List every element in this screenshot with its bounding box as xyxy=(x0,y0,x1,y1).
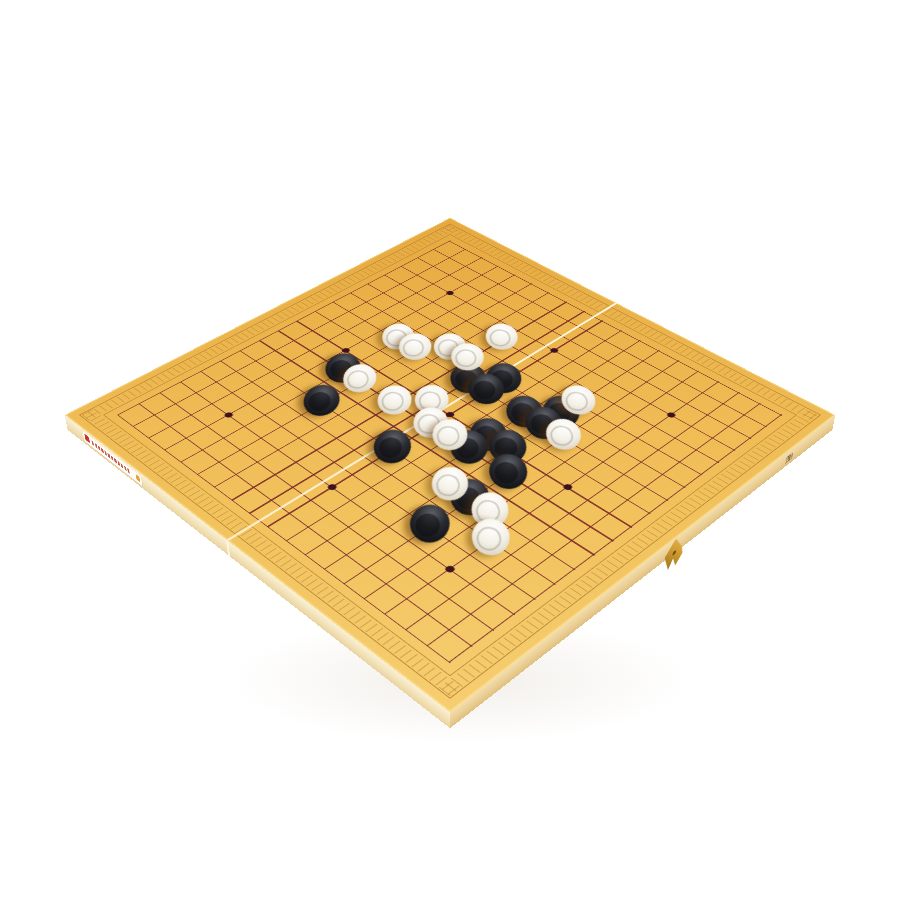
white-stone-glyph: ○ xyxy=(374,382,416,418)
white-stone[interactable]: ○ xyxy=(371,380,419,421)
latch-pin xyxy=(672,550,676,557)
black-stone[interactable]: ● xyxy=(402,497,457,550)
black-stone-glyph: ● xyxy=(301,382,343,418)
label-mark-icon xyxy=(136,474,141,482)
white-stone[interactable]: ○ xyxy=(479,319,524,356)
edge-marking-text: 围棋 xyxy=(792,446,797,459)
black-stone[interactable]: ● xyxy=(482,447,535,495)
black-stone-glyph: ● xyxy=(371,427,415,466)
label-logo-icon xyxy=(84,433,90,443)
black-stone[interactable]: ● xyxy=(367,423,419,470)
white-stone-glyph: ○ xyxy=(482,321,521,353)
white-stone-glyph: ○ xyxy=(468,514,514,559)
white-stone[interactable]: ○ xyxy=(464,511,517,563)
black-stone-glyph: ● xyxy=(486,451,530,491)
product-photo-scene: ●●●●●●●●●●●●●●●○○○○○○○○○○○○○○○ 围棋 xyxy=(0,0,900,900)
black-stone-glyph: ● xyxy=(407,501,453,545)
